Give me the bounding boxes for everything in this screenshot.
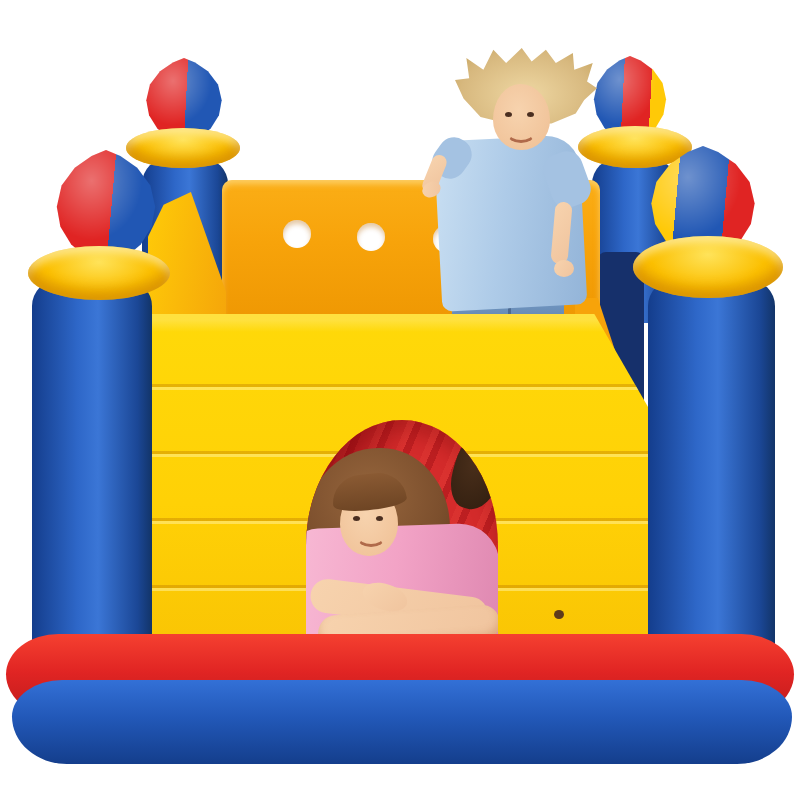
boy-face <box>493 84 550 150</box>
girl-eye <box>353 516 360 521</box>
front-right-dome-collar <box>633 236 783 298</box>
air-valve <box>554 610 564 619</box>
bounce-castle-photo <box>0 0 800 800</box>
boy-eye <box>527 112 534 117</box>
boy-eye <box>505 112 512 117</box>
girl-eye <box>376 516 383 521</box>
vent-hole <box>283 220 311 248</box>
boy-hand <box>554 260 574 277</box>
front-left-dome-collar <box>28 246 170 300</box>
front-left-tower-column <box>32 280 152 670</box>
entrance-arch <box>306 420 498 644</box>
vent-hole <box>357 223 385 251</box>
girl-smile <box>357 528 385 547</box>
boy-smile <box>507 124 535 143</box>
front-wall <box>142 314 656 658</box>
front-right-tower-column <box>648 280 775 672</box>
blue-base-ring <box>12 680 792 764</box>
back-left-dome-collar <box>126 128 240 168</box>
boy <box>405 42 590 327</box>
